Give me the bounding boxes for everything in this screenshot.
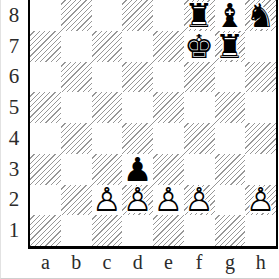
rank-label-8: 8 (1, 0, 27, 31)
square-e7[interactable] (153, 31, 184, 62)
square-d6[interactable] (122, 62, 153, 93)
square-a3[interactable] (30, 154, 61, 185)
square-f5[interactable] (184, 92, 215, 123)
square-g1[interactable] (215, 215, 246, 246)
square-c2[interactable]: ♟♙ (92, 185, 123, 216)
square-b7[interactable] (61, 31, 92, 62)
rank-label-3: 3 (1, 154, 27, 185)
square-c7[interactable] (92, 31, 123, 62)
square-e3[interactable] (153, 154, 184, 185)
square-f6[interactable] (184, 62, 215, 93)
square-g4[interactable] (215, 123, 246, 154)
piece-underlay: ♟ (153, 185, 184, 216)
piece-black-knight-h8[interactable]: ♞ (245, 0, 276, 31)
square-f1[interactable] (184, 215, 215, 246)
square-c3[interactable] (92, 154, 123, 185)
square-b5[interactable] (61, 92, 92, 123)
rank-label-1: 1 (1, 215, 27, 246)
rank-label-7: 7 (1, 31, 27, 62)
square-a1[interactable] (30, 215, 61, 246)
piece-underlay: ♝ (215, 0, 246, 31)
square-g3[interactable] (215, 154, 246, 185)
file-labels: abcdefgh (30, 251, 276, 275)
square-a4[interactable] (30, 123, 61, 154)
piece-underlay: ♟ (122, 185, 153, 216)
square-e5[interactable] (153, 92, 184, 123)
file-label-f: f (184, 251, 215, 275)
file-label-a: a (30, 251, 61, 275)
square-c8[interactable] (92, 0, 123, 31)
square-b1[interactable] (61, 215, 92, 246)
piece-underlay: ♟ (184, 185, 215, 216)
square-h7[interactable] (245, 31, 276, 62)
square-g7[interactable]: ♜♜ (215, 31, 246, 62)
piece-black-king-f7[interactable]: ♚ (184, 31, 215, 62)
file-label-d: d (122, 251, 153, 275)
square-g6[interactable] (215, 62, 246, 93)
square-a6[interactable] (30, 62, 61, 93)
square-h4[interactable] (245, 123, 276, 154)
square-b3[interactable] (61, 154, 92, 185)
piece-underlay: ♟ (245, 185, 276, 216)
square-g8[interactable]: ♝♝ (215, 0, 246, 31)
rank-label-6: 6 (1, 62, 27, 93)
square-b4[interactable] (61, 123, 92, 154)
square-e6[interactable] (153, 62, 184, 93)
piece-white-pawn-e2[interactable]: ♙ (153, 185, 184, 216)
file-label-b: b (61, 251, 92, 275)
piece-black-bishop-g8[interactable]: ♝ (215, 0, 246, 31)
rank-label-2: 2 (1, 185, 27, 216)
piece-black-rook-g7[interactable]: ♜ (215, 31, 246, 62)
square-d2[interactable]: ♟♙ (122, 185, 153, 216)
square-a2[interactable] (30, 185, 61, 216)
square-g2[interactable] (215, 185, 246, 216)
square-e1[interactable] (153, 215, 184, 246)
file-label-h: h (245, 251, 276, 275)
square-h1[interactable] (245, 215, 276, 246)
piece-underlay: ♟ (92, 185, 123, 216)
piece-white-pawn-h2[interactable]: ♙ (245, 185, 276, 216)
square-h3[interactable] (245, 154, 276, 185)
piece-black-rook-f8[interactable]: ♜ (184, 0, 215, 31)
square-f7[interactable]: ♚♚ (184, 31, 215, 62)
square-a8[interactable] (30, 0, 61, 31)
square-e4[interactable] (153, 123, 184, 154)
piece-underlay: ♜ (184, 0, 215, 31)
chess-diagram: 87654321 ♜♜♝♝♞♞♚♚♜♜♟♟♟♙♟♙♟♙♟♙♟♙ abcdefgh (0, 0, 279, 279)
file-label-e: e (153, 251, 184, 275)
piece-underlay: ♞ (245, 0, 276, 31)
square-c5[interactable] (92, 92, 123, 123)
board-frame: ♜♜♝♝♞♞♚♚♜♜♟♟♟♙♟♙♟♙♟♙♟♙ (28, 0, 278, 249)
square-b2[interactable] (61, 185, 92, 216)
square-f4[interactable] (184, 123, 215, 154)
piece-underlay: ♜ (215, 31, 246, 62)
square-a7[interactable] (30, 31, 61, 62)
piece-underlay: ♟ (122, 154, 153, 185)
square-b8[interactable] (61, 0, 92, 31)
piece-white-pawn-f2[interactable]: ♙ (184, 185, 215, 216)
piece-white-pawn-d2[interactable]: ♙ (122, 185, 153, 216)
square-e2[interactable]: ♟♙ (153, 185, 184, 216)
square-g5[interactable] (215, 92, 246, 123)
square-f2[interactable]: ♟♙ (184, 185, 215, 216)
square-h2[interactable]: ♟♙ (245, 185, 276, 216)
rank-labels: 87654321 (1, 0, 27, 246)
square-h6[interactable] (245, 62, 276, 93)
square-d4[interactable] (122, 123, 153, 154)
piece-underlay: ♚ (184, 31, 215, 62)
square-a5[interactable] (30, 92, 61, 123)
square-h8[interactable]: ♞♞ (245, 0, 276, 31)
piece-white-pawn-c2[interactable]: ♙ (92, 185, 123, 216)
rank-label-5: 5 (1, 92, 27, 123)
square-d5[interactable] (122, 92, 153, 123)
square-d1[interactable] (122, 215, 153, 246)
square-b6[interactable] (61, 62, 92, 93)
square-e8[interactable] (153, 0, 184, 31)
square-d7[interactable] (122, 31, 153, 62)
piece-black-pawn-d3[interactable]: ♟ (122, 154, 153, 185)
rank-label-4: 4 (1, 123, 27, 154)
board-grid: ♜♜♝♝♞♞♚♚♜♜♟♟♟♙♟♙♟♙♟♙♟♙ (30, 0, 276, 246)
file-label-c: c (92, 251, 123, 275)
square-c6[interactable] (92, 62, 123, 93)
square-d3[interactable]: ♟♟ (122, 154, 153, 185)
square-c4[interactable] (92, 123, 123, 154)
square-h5[interactable] (245, 92, 276, 123)
square-d8[interactable] (122, 0, 153, 31)
file-label-g: g (215, 251, 246, 275)
square-f8[interactable]: ♜♜ (184, 0, 215, 31)
square-c1[interactable] (92, 215, 123, 246)
square-f3[interactable] (184, 154, 215, 185)
